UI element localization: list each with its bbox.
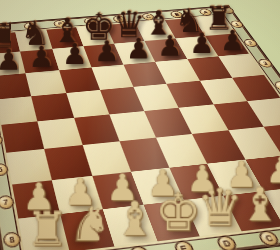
coordinate-medallion: G [23, 22, 37, 30]
coordinate-medallion: E [83, 17, 97, 25]
square [218, 53, 264, 77]
square [123, 62, 166, 87]
coordinate-medallion: F [129, 245, 152, 250]
coordinate-medallion: 3 [256, 59, 274, 68]
coordinate-medallion: H [0, 25, 7, 33]
square: ♜ [18, 214, 70, 250]
chess-set-photo: ♜♞♝♚♛♝♞♜♟♟♟♟♟♟♟♟♟♟♟♟♟♟♟♟♜♞♝♚♛♝♞♜ 1234567… [0, 0, 280, 250]
square: ♟ [205, 34, 249, 56]
wp-piece: ♟ [141, 165, 183, 201]
coordinate-medallion: A [198, 8, 214, 16]
corner-medallion [220, 7, 236, 15]
coordinate-medallion: C [257, 230, 280, 247]
square: ♟ [52, 176, 102, 214]
coordinate-medallion: E [172, 240, 195, 250]
square: ♟ [114, 41, 155, 64]
square [119, 138, 169, 172]
coordinate-medallion: F [53, 20, 67, 28]
wp-piece: ♟ [101, 170, 143, 207]
coordinate-medallion: 8 [2, 231, 22, 248]
board-grid: ♜♞♝♚♛♝♞♜♟♟♟♟♟♟♟♟♟♟♟♟♟♟♟♟♜♞♝♚♛♝♞♜ [0, 16, 280, 250]
coordinate-medallion: D [112, 15, 127, 23]
coordinate-medallion: 7 [0, 195, 15, 210]
coordinate-medallion: B [169, 11, 184, 19]
coordinate-medallion: 2 [242, 39, 259, 48]
coordinate-medallion: C [141, 13, 156, 21]
square [155, 59, 199, 84]
square [82, 142, 131, 176]
wp-piece: ♟ [260, 153, 280, 189]
coordinate-medallion: D [215, 235, 239, 250]
chess-board: ♜♞♝♚♛♝♞♜♟♟♟♟♟♟♟♟♟♟♟♟♟♟♟♟♜♞♝♚♛♝♞♜ 1234567… [0, 5, 280, 250]
coordinate-medallion: 1 [229, 20, 245, 28]
perspective-wrapper: ♜♞♝♚♛♝♞♜♟♟♟♟♟♟♟♟♟♟♟♟♟♟♟♟♜♞♝♚♛♝♞♜ 1234567… [0, 0, 280, 250]
square [45, 145, 92, 179]
square [66, 90, 109, 118]
